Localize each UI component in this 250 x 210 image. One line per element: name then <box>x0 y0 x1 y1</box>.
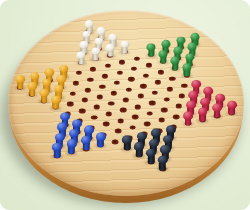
peg-cap <box>79 41 88 48</box>
hole-10-3[interactable] <box>103 122 110 127</box>
hole-9-6[interactable] <box>149 101 156 106</box>
hole-8-5[interactable] <box>137 94 143 99</box>
peg-red-12-10[interactable] <box>198 107 208 121</box>
board-holes-layer <box>0 0 250 210</box>
peg-cap <box>198 107 208 115</box>
hole-4-4[interactable] <box>75 71 81 76</box>
peg-cap <box>96 132 106 140</box>
hole-8-6[interactable] <box>152 90 158 95</box>
peg-cap <box>173 47 182 55</box>
peg-cap <box>189 91 199 99</box>
hole-10-6[interactable] <box>146 111 153 116</box>
hole-11-7[interactable] <box>158 118 165 123</box>
hole-7-5[interactable] <box>126 87 132 92</box>
peg-cap <box>54 85 64 93</box>
peg-cap <box>191 33 200 40</box>
hole-11-6[interactable] <box>144 121 151 126</box>
hole-9-5[interactable] <box>135 104 142 109</box>
peg-cap <box>77 51 86 59</box>
peg-cap <box>163 135 173 143</box>
peg-green-4-9[interactable] <box>147 43 156 56</box>
peg-cap <box>182 63 191 71</box>
peg-cap <box>176 36 185 43</box>
peg-cap <box>57 123 67 131</box>
hole-10-7[interactable] <box>161 107 168 112</box>
peg-cap <box>56 75 66 83</box>
peg-green-6-9[interactable] <box>170 57 179 70</box>
peg-blue-12-2[interactable] <box>81 136 91 151</box>
hole-6-4[interactable] <box>99 84 105 89</box>
peg-cap <box>51 95 61 103</box>
peg-cap <box>160 145 170 154</box>
peg-cap <box>82 31 91 38</box>
peg-cap <box>66 139 76 148</box>
peg-cap <box>159 50 168 58</box>
peg-cap <box>30 72 39 80</box>
hole-9-2[interactable] <box>91 115 98 120</box>
peg-black-16-0[interactable] <box>157 155 168 170</box>
hole-9-4[interactable] <box>120 108 127 113</box>
peg-red-12-12[interactable] <box>227 100 237 114</box>
peg-cap <box>45 68 54 76</box>
peg-cap <box>52 143 62 152</box>
peg-cap <box>109 34 118 41</box>
peg-cap <box>72 119 82 127</box>
peg-black-15-0[interactable] <box>146 149 156 164</box>
hole-6-5[interactable] <box>114 80 120 85</box>
peg-cap <box>97 27 106 34</box>
peg-cap <box>59 65 68 73</box>
hole-5-4[interactable] <box>87 77 93 82</box>
peg-white-3-1[interactable] <box>91 47 100 60</box>
hole-7-6[interactable] <box>140 84 146 89</box>
hole-6-8[interactable] <box>157 70 163 75</box>
peg-white-3-2[interactable] <box>106 44 115 57</box>
peg-black-13-0[interactable] <box>122 135 132 150</box>
peg-cap <box>39 89 49 97</box>
hole-8-1[interactable] <box>79 108 86 113</box>
peg-cap <box>120 40 129 47</box>
peg-cap <box>183 111 193 119</box>
peg-cap <box>191 80 201 88</box>
photo-frame <box>0 0 250 210</box>
hole-7-7[interactable] <box>155 80 161 85</box>
peg-cap <box>42 79 52 87</box>
peg-red-12-11[interactable] <box>212 104 222 118</box>
peg-cap <box>157 155 168 164</box>
peg-red-12-9[interactable] <box>183 111 193 125</box>
peg-cap <box>84 126 94 134</box>
hole-6-2[interactable] <box>70 91 76 96</box>
peg-yellow-5-0[interactable] <box>27 82 37 96</box>
peg-cap <box>85 20 94 27</box>
peg-cap <box>186 101 196 109</box>
hole-8-8[interactable] <box>181 83 187 88</box>
hole-5-3[interactable] <box>73 81 79 86</box>
hole-12-4[interactable] <box>112 139 119 144</box>
hole-5-6[interactable] <box>116 70 122 75</box>
hole-7-4[interactable] <box>111 91 117 96</box>
peg-cap <box>137 132 147 140</box>
peg-cap <box>15 75 25 83</box>
hole-7-3[interactable] <box>96 94 102 99</box>
peg-cap <box>200 97 210 105</box>
peg-cap <box>203 87 213 95</box>
peg-cap <box>60 112 70 120</box>
peg-cap <box>69 129 79 137</box>
peg-black-14-0[interactable] <box>134 142 144 157</box>
peg-cap <box>134 142 144 151</box>
peg-cap <box>94 37 103 44</box>
hole-4-7[interactable] <box>119 60 125 65</box>
hole-6-6[interactable] <box>128 77 134 82</box>
peg-cap <box>106 44 115 52</box>
hole-4-8[interactable] <box>134 56 140 61</box>
hole-11-8[interactable] <box>173 114 180 119</box>
hole-5-7[interactable] <box>131 67 137 72</box>
hole-9-7[interactable] <box>164 97 170 102</box>
peg-cap <box>148 139 158 148</box>
peg-yellow-6-0[interactable] <box>39 89 49 103</box>
peg-yellow-7-0[interactable] <box>51 95 61 109</box>
peg-cap <box>215 94 225 102</box>
hole-10-8[interactable] <box>176 104 183 109</box>
hole-8-7[interactable] <box>167 87 173 92</box>
peg-green-7-9[interactable] <box>182 63 191 76</box>
hole-6-7[interactable] <box>143 73 149 78</box>
hole-4-6[interactable] <box>105 63 111 68</box>
peg-blue-12-1[interactable] <box>66 139 76 154</box>
hole-7-2[interactable] <box>82 98 88 103</box>
peg-cap <box>122 135 132 143</box>
peg-cap <box>166 125 176 133</box>
hole-7-8[interactable] <box>169 77 175 82</box>
hole-5-5[interactable] <box>102 74 108 79</box>
peg-white-3-3[interactable] <box>120 40 129 53</box>
peg-cap <box>91 47 100 55</box>
peg-cap <box>146 149 156 158</box>
peg-blue-12-0[interactable] <box>52 143 62 158</box>
hole-8-4[interactable] <box>123 98 129 103</box>
peg-blue-12-3[interactable] <box>96 132 106 147</box>
hole-11-5[interactable] <box>129 125 136 130</box>
peg-green-5-9[interactable] <box>159 50 168 63</box>
hole-4-5[interactable] <box>90 67 96 72</box>
hole-6-3[interactable] <box>84 88 90 93</box>
peg-cap <box>185 53 194 61</box>
hole-10-5[interactable] <box>132 115 139 120</box>
peg-cap <box>212 104 222 112</box>
peg-cap <box>170 57 179 65</box>
peg-cap <box>161 40 170 47</box>
hole-8-3[interactable] <box>108 101 115 106</box>
hole-7-1[interactable] <box>67 102 74 107</box>
hole-11-4[interactable] <box>115 129 122 134</box>
peg-cap <box>151 128 161 136</box>
hole-10-4[interactable] <box>117 118 124 123</box>
hole-8-2[interactable] <box>94 105 101 110</box>
hole-9-3[interactable] <box>105 112 112 117</box>
peg-cap <box>147 43 156 51</box>
peg-cap <box>55 133 65 141</box>
peg-cap <box>27 82 37 90</box>
peg-cap <box>188 43 197 51</box>
hole-9-8[interactable] <box>178 94 184 99</box>
peg-white-3-0[interactable] <box>77 51 86 64</box>
peg-yellow-4-0[interactable] <box>15 75 25 89</box>
hole-5-8[interactable] <box>146 63 152 68</box>
peg-cap <box>227 100 237 108</box>
peg-cap <box>81 136 91 145</box>
